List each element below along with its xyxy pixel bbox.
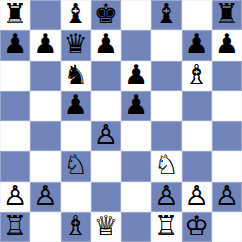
square-c4[interactable] <box>61 121 91 151</box>
square-c8[interactable]: ♝ <box>61 0 91 30</box>
piece-black-pawn[interactable]: ♟ <box>124 61 148 90</box>
square-b8[interactable] <box>30 0 60 30</box>
square-a1[interactable]: ♖ <box>0 212 30 242</box>
square-b7[interactable]: ♟ <box>30 30 60 60</box>
square-e2[interactable] <box>121 182 151 212</box>
square-a5[interactable] <box>0 91 30 121</box>
square-b6[interactable] <box>30 61 60 91</box>
piece-white-pawn[interactable]: ♙ <box>3 182 27 211</box>
piece-black-pawn[interactable]: ♟ <box>3 30 27 59</box>
piece-black-pawn[interactable]: ♟ <box>33 30 57 59</box>
piece-black-rook[interactable]: ♜ <box>3 0 27 29</box>
square-h3[interactable] <box>212 151 242 181</box>
square-h7[interactable]: ♟ <box>212 30 242 60</box>
square-h1[interactable] <box>212 212 242 242</box>
square-f4[interactable] <box>151 121 181 151</box>
square-f8[interactable]: ♝ <box>151 0 181 30</box>
square-c3[interactable]: ♘ <box>61 151 91 181</box>
piece-white-bishop[interactable]: ♗ <box>185 61 209 90</box>
square-g7[interactable]: ♟ <box>182 30 212 60</box>
piece-white-rook[interactable]: ♖ <box>154 212 178 241</box>
piece-black-rook[interactable]: ♜ <box>215 0 239 29</box>
square-f1[interactable]: ♖ <box>151 212 181 242</box>
piece-white-rook[interactable]: ♖ <box>3 212 27 241</box>
square-b4[interactable] <box>30 121 60 151</box>
piece-white-queen[interactable]: ♕ <box>94 212 118 241</box>
square-h5[interactable] <box>212 91 242 121</box>
piece-black-bishop[interactable]: ♝ <box>64 0 88 29</box>
square-a6[interactable] <box>0 61 30 91</box>
square-c6[interactable]: ♞ <box>61 61 91 91</box>
piece-white-knight[interactable]: ♘ <box>64 151 88 180</box>
piece-white-knight[interactable]: ♘ <box>154 151 178 180</box>
square-h8[interactable]: ♜ <box>212 0 242 30</box>
square-d6[interactable] <box>91 61 121 91</box>
square-h4[interactable] <box>212 121 242 151</box>
piece-white-king[interactable]: ♔ <box>185 212 209 241</box>
square-c5[interactable]: ♟ <box>61 91 91 121</box>
piece-black-bishop[interactable]: ♝ <box>154 0 178 29</box>
piece-white-pawn[interactable]: ♙ <box>215 182 239 211</box>
square-e6[interactable]: ♟ <box>121 61 151 91</box>
square-e4[interactable] <box>121 121 151 151</box>
square-c7[interactable]: ♛ <box>61 30 91 60</box>
square-a3[interactable] <box>0 151 30 181</box>
square-d3[interactable] <box>91 151 121 181</box>
square-f6[interactable] <box>151 61 181 91</box>
piece-white-pawn[interactable]: ♙ <box>94 121 118 150</box>
square-f3[interactable]: ♘ <box>151 151 181 181</box>
square-d2[interactable] <box>91 182 121 212</box>
piece-black-queen[interactable]: ♛ <box>64 30 88 59</box>
piece-black-pawn[interactable]: ♟ <box>64 91 88 120</box>
square-d7[interactable]: ♟ <box>91 30 121 60</box>
piece-black-pawn[interactable]: ♟ <box>185 30 209 59</box>
piece-black-king[interactable]: ♚ <box>94 0 118 29</box>
square-g4[interactable] <box>182 121 212 151</box>
square-e3[interactable] <box>121 151 151 181</box>
piece-black-pawn[interactable]: ♟ <box>94 30 118 59</box>
square-b2[interactable]: ♙ <box>30 182 60 212</box>
square-b1[interactable] <box>30 212 60 242</box>
square-c1[interactable]: ♗ <box>61 212 91 242</box>
square-e8[interactable] <box>121 0 151 30</box>
square-g2[interactable]: ♙ <box>182 182 212 212</box>
piece-white-pawn[interactable]: ♙ <box>185 182 209 211</box>
square-e7[interactable] <box>121 30 151 60</box>
square-g8[interactable] <box>182 0 212 30</box>
square-g6[interactable]: ♗ <box>182 61 212 91</box>
square-c2[interactable] <box>61 182 91 212</box>
square-g1[interactable]: ♔ <box>182 212 212 242</box>
square-d5[interactable] <box>91 91 121 121</box>
square-d4[interactable]: ♙ <box>91 121 121 151</box>
square-b3[interactable] <box>30 151 60 181</box>
square-f7[interactable] <box>151 30 181 60</box>
square-a4[interactable] <box>0 121 30 151</box>
square-b5[interactable] <box>30 91 60 121</box>
square-f2[interactable]: ♙ <box>151 182 181 212</box>
square-g5[interactable] <box>182 91 212 121</box>
square-f5[interactable] <box>151 91 181 121</box>
square-a2[interactable]: ♙ <box>0 182 30 212</box>
square-h6[interactable] <box>212 61 242 91</box>
square-h2[interactable]: ♙ <box>212 182 242 212</box>
square-g3[interactable] <box>182 151 212 181</box>
piece-black-pawn[interactable]: ♟ <box>124 91 148 120</box>
piece-white-bishop[interactable]: ♗ <box>64 212 88 241</box>
piece-white-pawn[interactable]: ♙ <box>33 182 57 211</box>
square-a8[interactable]: ♜ <box>0 0 30 30</box>
piece-black-pawn[interactable]: ♟ <box>215 30 239 59</box>
square-e5[interactable]: ♟ <box>121 91 151 121</box>
square-e1[interactable] <box>121 212 151 242</box>
piece-white-pawn[interactable]: ♙ <box>154 182 178 211</box>
square-d8[interactable]: ♚ <box>91 0 121 30</box>
piece-black-knight[interactable]: ♞ <box>64 61 88 90</box>
square-d1[interactable]: ♕ <box>91 212 121 242</box>
square-a7[interactable]: ♟ <box>0 30 30 60</box>
chess-board: ♜♝♚♝♜♟♟♛♟♟♟♞♟♗♟♟♙♘♘♙♙♙♙♙♖♗♕♖♔ <box>0 0 242 242</box>
